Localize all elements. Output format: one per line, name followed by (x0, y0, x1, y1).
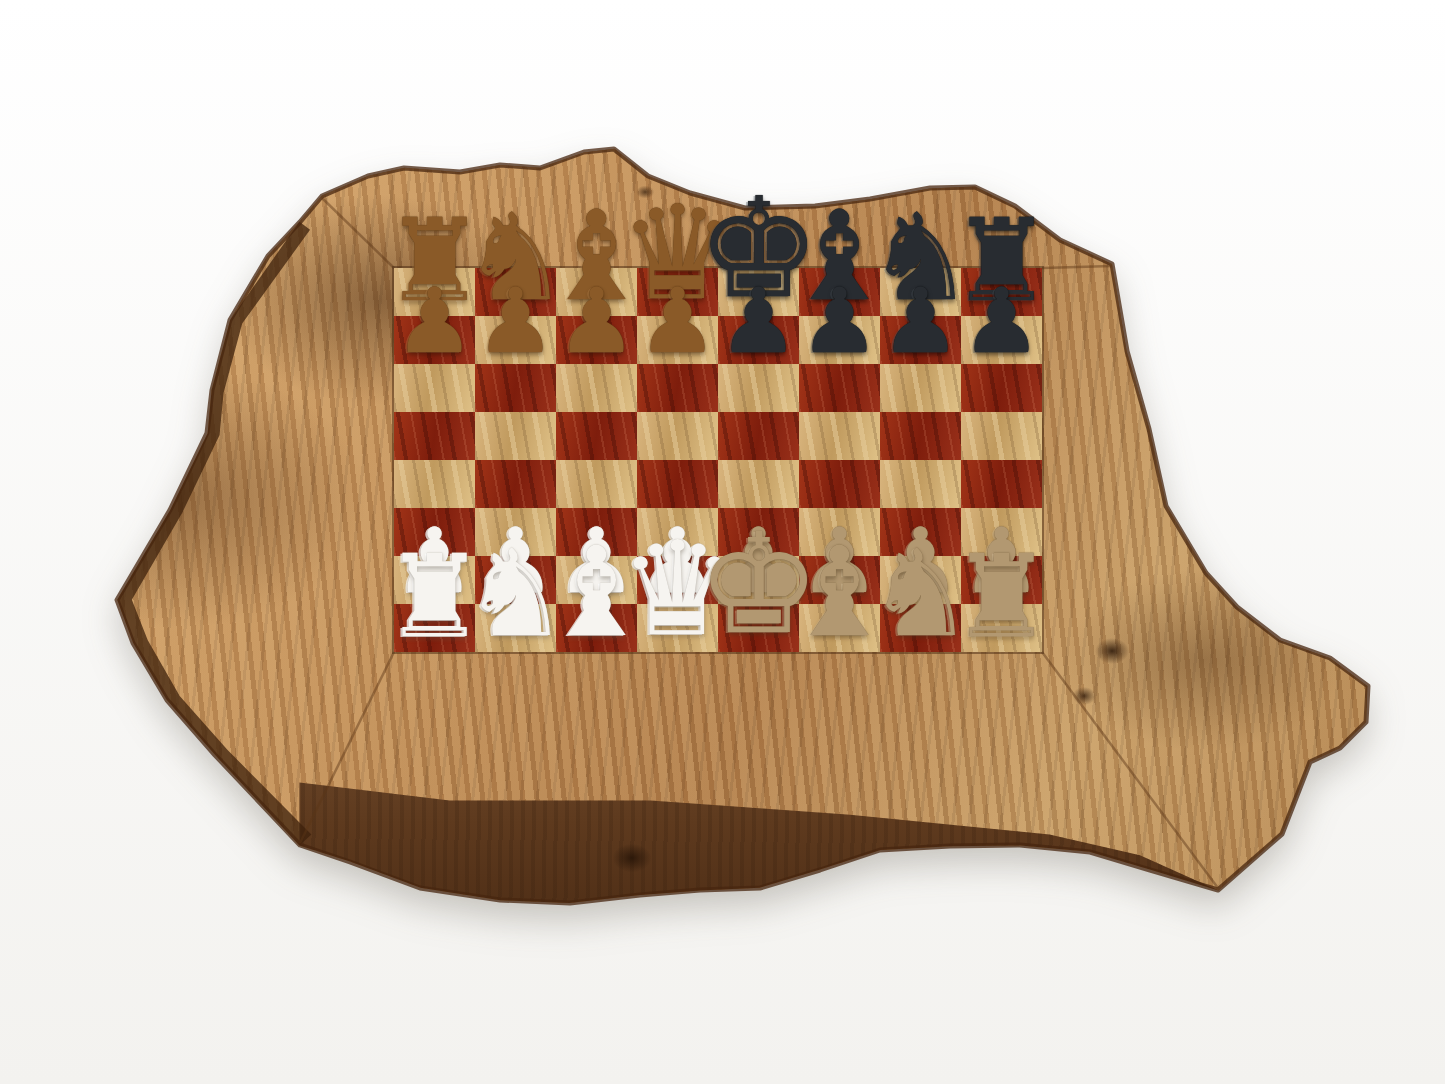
square-b1: ♞ (475, 604, 556, 652)
square-c6 (556, 364, 637, 412)
square-b8: ♞ (475, 268, 556, 316)
square-h1: ♜ (961, 604, 1042, 652)
square-c2: ♟ (556, 556, 637, 604)
square-f1: ♝ (799, 604, 880, 652)
square-f7: ♟ (799, 316, 880, 364)
photo-scene: ♜♞♝♛♚♝♞♜♟♟♟♟♟♟♟♟♟♟♟♟♟♟♟♟♜♞♝♛♚♝♞♜ (0, 0, 1445, 1084)
square-a3 (394, 508, 475, 556)
square-f6 (799, 364, 880, 412)
square-e2: ♟ (718, 556, 799, 604)
square-g1: ♞ (880, 604, 961, 652)
square-g4 (880, 460, 961, 508)
square-a5 (394, 412, 475, 460)
square-a2: ♟ (394, 556, 475, 604)
square-d7: ♟ (637, 316, 718, 364)
square-h4 (961, 460, 1042, 508)
square-d8: ♛ (637, 268, 718, 316)
square-f2: ♟ (799, 556, 880, 604)
square-d3 (637, 508, 718, 556)
square-b7: ♟ (475, 316, 556, 364)
square-g7: ♟ (880, 316, 961, 364)
square-a8: ♜ (394, 268, 475, 316)
square-a6 (394, 364, 475, 412)
square-c3 (556, 508, 637, 556)
square-e3 (718, 508, 799, 556)
square-h6 (961, 364, 1042, 412)
square-e5 (718, 412, 799, 460)
square-f4 (799, 460, 880, 508)
square-c4 (556, 460, 637, 508)
square-b4 (475, 460, 556, 508)
square-d6 (637, 364, 718, 412)
square-b3 (475, 508, 556, 556)
square-d1: ♛ (637, 604, 718, 652)
square-g6 (880, 364, 961, 412)
square-c8: ♝ (556, 268, 637, 316)
square-d2: ♟ (637, 556, 718, 604)
square-b2: ♟ (475, 556, 556, 604)
square-g5 (880, 412, 961, 460)
square-e6 (718, 364, 799, 412)
square-h7: ♟ (961, 316, 1042, 364)
square-d5 (637, 412, 718, 460)
square-f8: ♝ (799, 268, 880, 316)
chess-board: ♜♞♝♛♚♝♞♜♟♟♟♟♟♟♟♟♟♟♟♟♟♟♟♟♜♞♝♛♚♝♞♜ (394, 268, 1042, 652)
square-c1: ♝ (556, 604, 637, 652)
square-h2: ♟ (961, 556, 1042, 604)
square-d4 (637, 460, 718, 508)
square-e4 (718, 460, 799, 508)
square-f3 (799, 508, 880, 556)
square-c7: ♟ (556, 316, 637, 364)
square-g2: ♟ (880, 556, 961, 604)
square-h3 (961, 508, 1042, 556)
square-h5 (961, 412, 1042, 460)
square-b5 (475, 412, 556, 460)
square-a7: ♟ (394, 316, 475, 364)
square-g8: ♞ (880, 268, 961, 316)
square-e8: ♚ (718, 268, 799, 316)
square-h8: ♜ (961, 268, 1042, 316)
square-b6 (475, 364, 556, 412)
square-a1: ♜ (394, 604, 475, 652)
square-f5 (799, 412, 880, 460)
square-c5 (556, 412, 637, 460)
square-a4 (394, 460, 475, 508)
square-e1: ♚ (718, 604, 799, 652)
square-e7: ♟ (718, 316, 799, 364)
square-g3 (880, 508, 961, 556)
